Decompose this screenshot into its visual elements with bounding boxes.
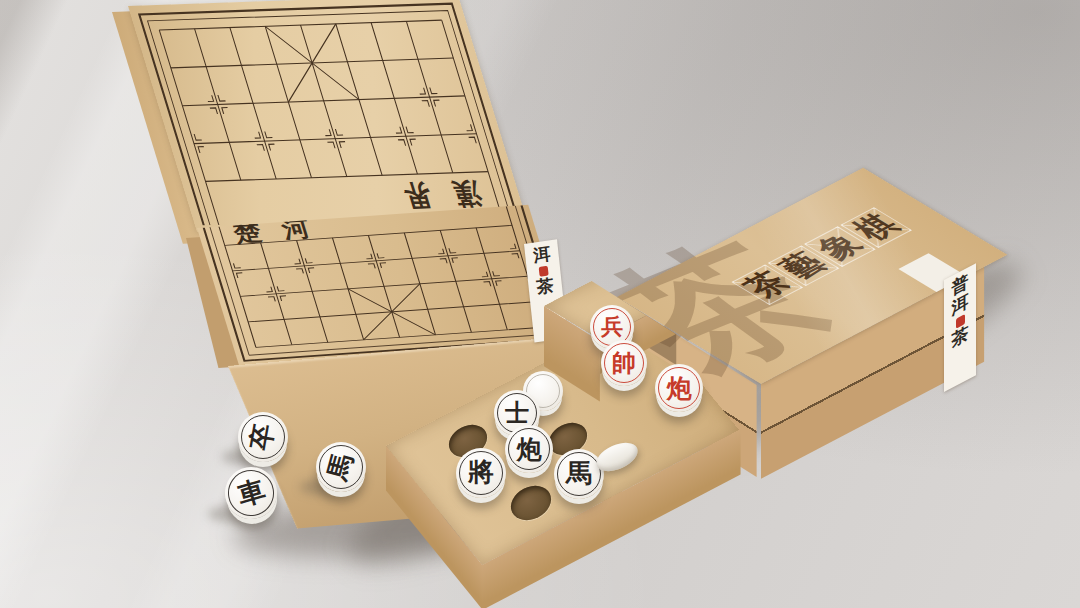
right-box-side-label: 普 洱 茶 <box>944 263 976 392</box>
piece-red-general[interactable]: 帥 <box>601 340 647 386</box>
piece-red-cannon[interactable]: 炮 <box>655 364 703 412</box>
piece-black-horse-loose[interactable]: 馬 <box>316 442 366 492</box>
title-char: 茶 <box>731 264 803 305</box>
palace-diagonals-top <box>265 24 359 102</box>
box-title: 茶 藝 象 棋 <box>731 207 912 305</box>
title-char: 藝 <box>768 245 840 286</box>
scene: 漢界 楚河 洱 茶 <box>0 0 1080 608</box>
label-char: 茶 <box>952 324 969 351</box>
piece-black-soldier[interactable]: 卒 <box>238 412 288 462</box>
title-char: 象 <box>804 226 876 267</box>
title-char: 棋 <box>840 207 912 248</box>
